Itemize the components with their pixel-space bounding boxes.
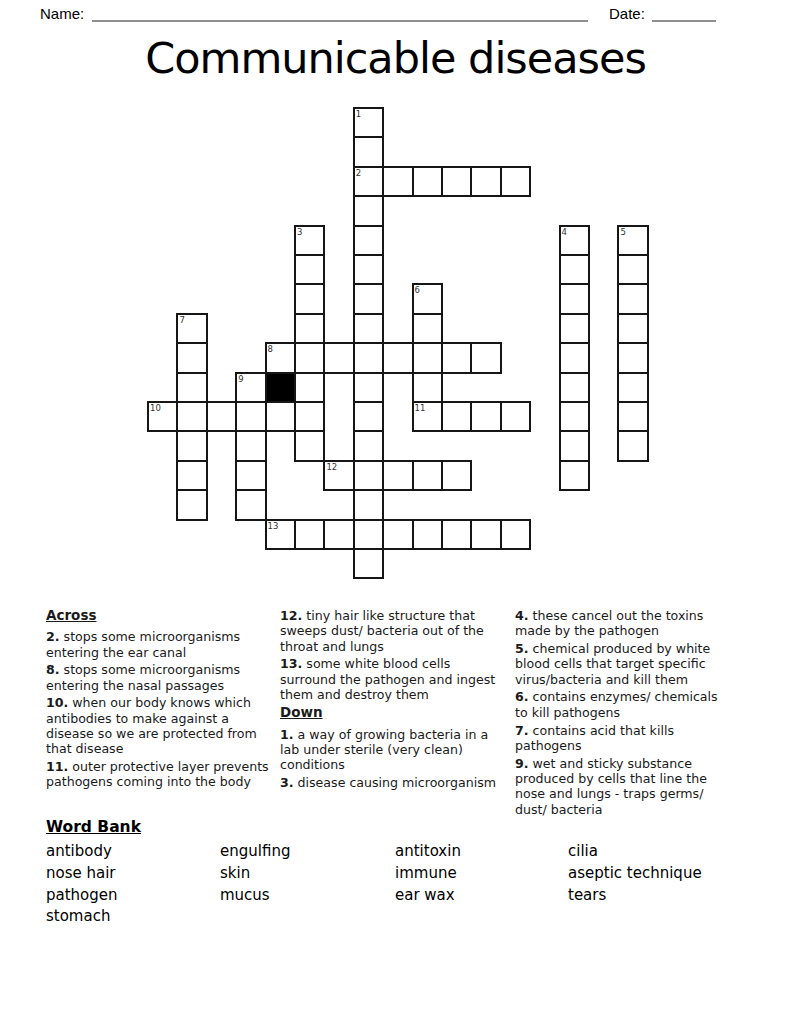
word-bank-column-3: antitoxinimmuneear wax bbox=[395, 841, 461, 906]
clue-down-4: 4. these cancel out the toxins made by t… bbox=[515, 608, 729, 639]
clue-number: 13 bbox=[268, 521, 279, 531]
word-bank-word: stomach bbox=[46, 906, 118, 928]
clue-across-11: 11. outer protective layer prevents path… bbox=[46, 759, 278, 790]
grid-cell[interactable]: 9 bbox=[235, 372, 266, 403]
grid-cell[interactable] bbox=[176, 342, 207, 373]
grid-cell[interactable] bbox=[559, 254, 590, 285]
grid-cell[interactable]: 11 bbox=[412, 401, 443, 432]
grid-cell[interactable] bbox=[382, 342, 413, 373]
grid-cell[interactable] bbox=[294, 372, 325, 403]
word-bank-word: pathogen bbox=[46, 885, 118, 907]
clue-number: 12 bbox=[326, 462, 337, 472]
clue-number: 2 bbox=[356, 168, 361, 178]
clue-across-12: 12. tiny hair like structure that sweeps… bbox=[280, 608, 508, 654]
grid-cell[interactable] bbox=[559, 342, 590, 373]
grid-cell[interactable] bbox=[353, 430, 384, 461]
grid-cell[interactable] bbox=[412, 166, 443, 197]
clue-number: 8 bbox=[268, 344, 273, 354]
clue-across-2: 2. stops some microorganisms entering th… bbox=[46, 629, 278, 660]
grid-cell[interactable] bbox=[323, 519, 354, 550]
grid-cell[interactable] bbox=[617, 430, 648, 461]
grid-cell[interactable]: 4 bbox=[559, 225, 590, 256]
grid-cell[interactable] bbox=[235, 401, 266, 432]
grid-cell[interactable]: 1 bbox=[353, 107, 384, 138]
grid-cell[interactable] bbox=[353, 136, 384, 167]
word-bank-word: antibody bbox=[46, 841, 118, 863]
grid-cell[interactable] bbox=[176, 430, 207, 461]
grid-cell[interactable] bbox=[441, 166, 472, 197]
grid-cell[interactable] bbox=[617, 313, 648, 344]
date-fill-line[interactable] bbox=[652, 20, 716, 22]
grid-cell[interactable] bbox=[294, 254, 325, 285]
name-label: Name: bbox=[40, 5, 84, 22]
grid-cell[interactable] bbox=[353, 401, 384, 432]
clue-down-9: 9. wet and sticky substance produced by … bbox=[515, 756, 729, 817]
grid-cell[interactable] bbox=[176, 489, 207, 520]
grid-cell[interactable] bbox=[500, 519, 531, 550]
grid-cell[interactable]: 2 bbox=[353, 166, 384, 197]
grid-cell[interactable] bbox=[353, 519, 384, 550]
clues-section-header: Down bbox=[280, 705, 508, 720]
word-bank-column-4: ciliaaseptic techniquetears bbox=[568, 841, 702, 906]
clue-down-5: 5. chemical produced by white blood cell… bbox=[515, 641, 729, 687]
grid-cell[interactable] bbox=[176, 460, 207, 491]
grid-cell[interactable] bbox=[617, 372, 648, 403]
grid-cell[interactable] bbox=[294, 430, 325, 461]
grid-cell[interactable] bbox=[441, 342, 472, 373]
grid-cell[interactable] bbox=[176, 401, 207, 432]
grid-cell[interactable] bbox=[500, 401, 531, 432]
grid-cell[interactable]: 3 bbox=[294, 225, 325, 256]
word-bank-word: cilia bbox=[568, 841, 702, 863]
grid-cell[interactable]: 7 bbox=[176, 313, 207, 344]
word-bank-column-1: antibodynose hairpathogenstomach bbox=[46, 841, 118, 928]
grid-cell[interactable] bbox=[559, 372, 590, 403]
word-bank-word: ear wax bbox=[395, 885, 461, 907]
grid-cell[interactable] bbox=[500, 166, 531, 197]
clues-column-3: 4. these cancel out the toxins made by t… bbox=[515, 608, 729, 819]
clues-section-header: Across bbox=[46, 608, 278, 623]
grid-cell[interactable] bbox=[617, 401, 648, 432]
grid-cell[interactable] bbox=[265, 401, 296, 432]
clues-column-1: Across2. stops some microorganisms enter… bbox=[46, 608, 278, 792]
word-bank-word: mucus bbox=[220, 885, 290, 907]
grid-cell[interactable] bbox=[559, 460, 590, 491]
clues-column-2: 12. tiny hair like structure that sweeps… bbox=[280, 608, 508, 793]
page-title: Communicable diseases bbox=[0, 33, 791, 83]
clue-number: 3 bbox=[297, 227, 302, 237]
clue-down-1: 1. a way of growing bacteria in a lab un… bbox=[280, 727, 508, 773]
clue-number: 5 bbox=[620, 227, 625, 237]
grid-cell[interactable] bbox=[294, 519, 325, 550]
grid-cell[interactable] bbox=[235, 430, 266, 461]
grid-cell[interactable]: 12 bbox=[323, 460, 354, 491]
word-bank-word: aseptic technique bbox=[568, 863, 702, 885]
grid-cell[interactable] bbox=[617, 283, 648, 314]
grid-cell[interactable] bbox=[353, 225, 384, 256]
grid-cell[interactable]: 8 bbox=[265, 342, 296, 373]
word-bank-word: engulfing bbox=[220, 841, 290, 863]
grid-cell[interactable] bbox=[353, 283, 384, 314]
grid-cell[interactable] bbox=[294, 342, 325, 373]
clue-number: 9 bbox=[238, 374, 243, 384]
clue-across-13: 13. some white blood cells surround the … bbox=[280, 656, 508, 702]
clue-number: 4 bbox=[562, 227, 567, 237]
word-bank-word: antitoxin bbox=[395, 841, 461, 863]
grid-cell[interactable] bbox=[559, 283, 590, 314]
grid-cell[interactable] bbox=[353, 548, 384, 579]
grid-cell[interactable] bbox=[382, 166, 413, 197]
clue-number: 11 bbox=[415, 403, 426, 413]
grid-cell[interactable] bbox=[206, 401, 237, 432]
word-bank-word: tears bbox=[568, 885, 702, 907]
grid-cell[interactable] bbox=[470, 166, 501, 197]
grid-cell[interactable] bbox=[323, 342, 354, 373]
grid-cell[interactable] bbox=[617, 254, 648, 285]
clue-down-3: 3. disease causing microorganism bbox=[280, 775, 508, 790]
grid-cell[interactable]: 13 bbox=[265, 519, 296, 550]
clue-number: 1 bbox=[356, 109, 361, 119]
grid-cell[interactable] bbox=[559, 401, 590, 432]
grid-cell[interactable] bbox=[235, 460, 266, 491]
grid-cell[interactable] bbox=[470, 401, 501, 432]
grid-cell[interactable] bbox=[294, 313, 325, 344]
grid-cell[interactable] bbox=[559, 313, 590, 344]
clue-down-6: 6. contains enzymes/ chemicals to kill p… bbox=[515, 689, 729, 720]
grid-cell[interactable] bbox=[412, 460, 443, 491]
name-fill-line[interactable] bbox=[92, 20, 588, 22]
clue-number: 6 bbox=[415, 285, 420, 295]
blocked-cell bbox=[265, 372, 296, 403]
word-bank-header: Word Bank bbox=[46, 818, 141, 836]
clue-down-7: 7. contains acid that kills pathogens bbox=[515, 723, 729, 754]
grid-cell[interactable] bbox=[412, 372, 443, 403]
clue-across-10: 10. when our body knows which antibodies… bbox=[46, 695, 278, 756]
grid-cell[interactable]: 10 bbox=[147, 401, 178, 432]
grid-cell[interactable] bbox=[353, 342, 384, 373]
grid-cell[interactable] bbox=[353, 313, 384, 344]
grid-cell[interactable] bbox=[353, 195, 384, 226]
grid-cell[interactable] bbox=[412, 313, 443, 344]
grid-cell[interactable] bbox=[441, 401, 472, 432]
grid-cell[interactable] bbox=[235, 489, 266, 520]
grid-cell[interactable] bbox=[353, 372, 384, 403]
grid-cell[interactable] bbox=[382, 519, 413, 550]
grid-cell[interactable] bbox=[353, 254, 384, 285]
grid-cell[interactable] bbox=[294, 401, 325, 432]
grid-cell[interactable] bbox=[353, 489, 384, 520]
grid-cell[interactable] bbox=[176, 372, 207, 403]
grid-cell[interactable] bbox=[470, 519, 501, 550]
word-bank-word: immune bbox=[395, 863, 461, 885]
grid-cell[interactable] bbox=[412, 519, 443, 550]
grid-cell[interactable] bbox=[382, 460, 413, 491]
grid-cell[interactable] bbox=[441, 460, 472, 491]
grid-cell[interactable] bbox=[441, 519, 472, 550]
grid-cell[interactable] bbox=[559, 430, 590, 461]
word-bank-word: nose hair bbox=[46, 863, 118, 885]
crossword-grid: 12345678910111213 bbox=[147, 107, 649, 579]
grid-cell[interactable] bbox=[412, 342, 443, 373]
grid-cell[interactable] bbox=[470, 342, 501, 373]
clue-number: 7 bbox=[179, 315, 184, 325]
word-bank-word: skin bbox=[220, 863, 290, 885]
word-bank-column-2: engulfingskinmucus bbox=[220, 841, 290, 906]
grid-cell[interactable]: 5 bbox=[617, 225, 648, 256]
clue-across-8: 8. stops some microorganisms entering th… bbox=[46, 662, 278, 693]
date-label: Date: bbox=[609, 5, 645, 22]
grid-cell[interactable] bbox=[617, 342, 648, 373]
grid-cell[interactable] bbox=[294, 283, 325, 314]
grid-cell[interactable]: 6 bbox=[412, 283, 443, 314]
grid-cell[interactable] bbox=[353, 460, 384, 491]
clue-number: 10 bbox=[150, 403, 161, 413]
